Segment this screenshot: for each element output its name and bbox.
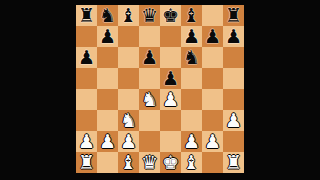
white-knight[interactable]: ♞ xyxy=(120,110,137,131)
square-e8[interactable]: ♚ xyxy=(160,5,181,26)
square-a7[interactable] xyxy=(76,26,97,47)
square-b3[interactable] xyxy=(97,110,118,131)
black-pawn[interactable]: ♟ xyxy=(99,26,116,47)
black-pawn[interactable]: ♟ xyxy=(204,26,221,47)
square-g6[interactable] xyxy=(202,47,223,68)
square-c1[interactable]: ♝ xyxy=(118,152,139,173)
square-c7[interactable] xyxy=(118,26,139,47)
black-knight[interactable]: ♞ xyxy=(99,5,116,26)
square-h3[interactable]: ♟ xyxy=(223,110,244,131)
black-bishop[interactable]: ♝ xyxy=(120,5,137,26)
square-g1[interactable] xyxy=(202,152,223,173)
square-b5[interactable] xyxy=(97,68,118,89)
square-a4[interactable] xyxy=(76,89,97,110)
square-b8[interactable]: ♞ xyxy=(97,5,118,26)
square-d5[interactable] xyxy=(139,68,160,89)
square-d3[interactable] xyxy=(139,110,160,131)
white-pawn[interactable]: ♟ xyxy=(99,131,116,152)
square-c6[interactable] xyxy=(118,47,139,68)
square-f6[interactable]: ♞ xyxy=(181,47,202,68)
white-pawn[interactable]: ♟ xyxy=(162,89,179,110)
square-a5[interactable] xyxy=(76,68,97,89)
black-bishop[interactable]: ♝ xyxy=(183,5,200,26)
white-pawn[interactable]: ♟ xyxy=(204,131,221,152)
square-e4[interactable]: ♟ xyxy=(160,89,181,110)
square-f2[interactable]: ♟ xyxy=(181,131,202,152)
white-rook[interactable]: ♜ xyxy=(78,152,95,173)
square-d4[interactable]: ♞ xyxy=(139,89,160,110)
square-a6[interactable]: ♟ xyxy=(76,47,97,68)
square-f3[interactable] xyxy=(181,110,202,131)
white-bishop[interactable]: ♝ xyxy=(183,152,200,173)
square-b7[interactable]: ♟ xyxy=(97,26,118,47)
square-e3[interactable] xyxy=(160,110,181,131)
square-a8[interactable]: ♜ xyxy=(76,5,97,26)
square-a3[interactable] xyxy=(76,110,97,131)
square-f4[interactable] xyxy=(181,89,202,110)
square-b6[interactable] xyxy=(97,47,118,68)
black-pawn[interactable]: ♟ xyxy=(162,68,179,89)
black-rook[interactable]: ♜ xyxy=(225,5,242,26)
square-d8[interactable]: ♛ xyxy=(139,5,160,26)
square-f7[interactable]: ♟ xyxy=(181,26,202,47)
square-b2[interactable]: ♟ xyxy=(97,131,118,152)
black-knight[interactable]: ♞ xyxy=(183,47,200,68)
white-queen[interactable]: ♛ xyxy=(141,152,158,173)
square-c2[interactable]: ♟ xyxy=(118,131,139,152)
square-h5[interactable] xyxy=(223,68,244,89)
square-g7[interactable]: ♟ xyxy=(202,26,223,47)
white-pawn[interactable]: ♟ xyxy=(183,131,200,152)
square-e2[interactable] xyxy=(160,131,181,152)
square-e6[interactable] xyxy=(160,47,181,68)
square-h4[interactable] xyxy=(223,89,244,110)
square-h6[interactable] xyxy=(223,47,244,68)
square-c8[interactable]: ♝ xyxy=(118,5,139,26)
square-d2[interactable] xyxy=(139,131,160,152)
square-e1[interactable]: ♚ xyxy=(160,152,181,173)
white-pawn[interactable]: ♟ xyxy=(225,110,242,131)
black-rook[interactable]: ♜ xyxy=(78,5,95,26)
square-g4[interactable] xyxy=(202,89,223,110)
square-d7[interactable] xyxy=(139,26,160,47)
square-a1[interactable]: ♜ xyxy=(76,152,97,173)
black-pawn[interactable]: ♟ xyxy=(225,26,242,47)
black-pawn[interactable]: ♟ xyxy=(78,47,95,68)
square-e7[interactable] xyxy=(160,26,181,47)
white-rook[interactable]: ♜ xyxy=(225,152,242,173)
black-queen[interactable]: ♛ xyxy=(141,5,158,26)
square-h2[interactable] xyxy=(223,131,244,152)
square-h7[interactable]: ♟ xyxy=(223,26,244,47)
white-king[interactable]: ♚ xyxy=(162,152,179,173)
chess-board: ♜♞♝♛♚♝♜♟♟♟♟♟♟♞♟♞♟♞♟♟♟♟♟♟♜♝♛♚♝♜ xyxy=(76,5,244,173)
square-h8[interactable]: ♜ xyxy=(223,5,244,26)
square-c4[interactable] xyxy=(118,89,139,110)
square-h1[interactable]: ♜ xyxy=(223,152,244,173)
square-b4[interactable] xyxy=(97,89,118,110)
square-c5[interactable] xyxy=(118,68,139,89)
square-f5[interactable] xyxy=(181,68,202,89)
black-pawn[interactable]: ♟ xyxy=(183,26,200,47)
white-pawn[interactable]: ♟ xyxy=(78,131,95,152)
square-f8[interactable]: ♝ xyxy=(181,5,202,26)
square-g2[interactable]: ♟ xyxy=(202,131,223,152)
square-c3[interactable]: ♞ xyxy=(118,110,139,131)
square-g8[interactable] xyxy=(202,5,223,26)
square-g3[interactable] xyxy=(202,110,223,131)
letterboxed-frame: ♜♞♝♛♚♝♜♟♟♟♟♟♟♞♟♞♟♞♟♟♟♟♟♟♜♝♛♚♝♜ xyxy=(0,0,320,180)
white-pawn[interactable]: ♟ xyxy=(120,131,137,152)
square-f1[interactable]: ♝ xyxy=(181,152,202,173)
square-a2[interactable]: ♟ xyxy=(76,131,97,152)
square-b1[interactable] xyxy=(97,152,118,173)
square-d6[interactable]: ♟ xyxy=(139,47,160,68)
black-pawn[interactable]: ♟ xyxy=(141,47,158,68)
black-king[interactable]: ♚ xyxy=(162,5,179,26)
square-g5[interactable] xyxy=(202,68,223,89)
white-bishop[interactable]: ♝ xyxy=(120,152,137,173)
white-knight[interactable]: ♞ xyxy=(141,89,158,110)
square-e5[interactable]: ♟ xyxy=(160,68,181,89)
square-d1[interactable]: ♛ xyxy=(139,152,160,173)
